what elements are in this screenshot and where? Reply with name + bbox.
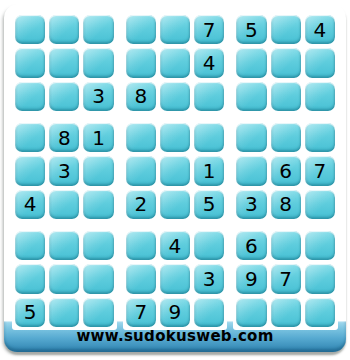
cell-r4c2[interactable]: 8 — [49, 123, 79, 152]
site-url-link[interactable]: www.sudokusweb.com — [76, 329, 273, 345]
cell-r1c9[interactable]: 4 — [305, 15, 335, 44]
cell-r3c1[interactable] — [15, 82, 45, 111]
given-digit: 9 — [245, 269, 258, 289]
cell-r6c1[interactable]: 4 — [15, 190, 45, 219]
cell-r5c8[interactable]: 6 — [271, 156, 301, 185]
cell-r8c2[interactable] — [49, 264, 79, 293]
cell-r3c2[interactable] — [49, 82, 79, 111]
cell-r9c2[interactable] — [49, 298, 79, 327]
given-digit: 7 — [279, 269, 292, 289]
sudoku-box-6: 6738 — [233, 120, 338, 222]
given-digit: 4 — [314, 20, 327, 40]
given-digit: 7 — [314, 161, 327, 181]
cell-r7c9[interactable] — [305, 231, 335, 260]
given-digit: 3 — [245, 194, 258, 214]
cell-r7c4[interactable] — [126, 231, 156, 260]
cell-r7c8[interactable] — [271, 231, 301, 260]
cell-r7c2[interactable] — [49, 231, 79, 260]
given-digit: 6 — [245, 236, 258, 256]
given-digit: 8 — [58, 128, 71, 148]
sudoku-box-2: 748 — [123, 12, 228, 114]
cell-r8c6[interactable]: 3 — [194, 264, 224, 293]
cell-r3c7[interactable] — [236, 82, 266, 111]
sudoku-box-4: 8134 — [12, 120, 117, 222]
cell-r2c6[interactable]: 4 — [194, 48, 224, 77]
cell-r1c1[interactable] — [15, 15, 45, 44]
cell-r3c8[interactable] — [271, 82, 301, 111]
cell-r7c1[interactable] — [15, 231, 45, 260]
cell-r2c8[interactable] — [271, 48, 301, 77]
cell-r6c8[interactable]: 8 — [271, 190, 301, 219]
cell-r1c5[interactable] — [160, 15, 190, 44]
cell-r5c4[interactable] — [126, 156, 156, 185]
cell-r3c4[interactable]: 8 — [126, 82, 156, 111]
sudoku-box-5: 125 — [123, 120, 228, 222]
cell-r9c3[interactable] — [83, 298, 113, 327]
given-digit: 7 — [203, 20, 216, 40]
cell-r1c3[interactable] — [83, 15, 113, 44]
cell-r6c4[interactable]: 2 — [126, 190, 156, 219]
cell-r5c9[interactable]: 7 — [305, 156, 335, 185]
given-digit: 3 — [92, 86, 105, 106]
cell-r9c6[interactable] — [194, 298, 224, 327]
cell-r9c5[interactable]: 9 — [160, 298, 190, 327]
cell-r8c3[interactable] — [83, 264, 113, 293]
sudoku-board-frame: 3748548134125673854379697 www.sudokusweb… — [4, 4, 346, 352]
cell-r4c3[interactable]: 1 — [83, 123, 113, 152]
given-digit: 8 — [279, 194, 292, 214]
cell-r1c4[interactable] — [126, 15, 156, 44]
sudoku-box-3: 54 — [233, 12, 338, 114]
given-digit: 6 — [279, 161, 292, 181]
cell-r3c6[interactable] — [194, 82, 224, 111]
cell-r5c5[interactable] — [160, 156, 190, 185]
given-digit: 9 — [169, 302, 182, 322]
cell-r3c9[interactable] — [305, 82, 335, 111]
cell-r6c6[interactable]: 5 — [194, 190, 224, 219]
cell-r8c1[interactable] — [15, 264, 45, 293]
given-digit: 7 — [134, 302, 147, 322]
given-digit: 3 — [203, 269, 216, 289]
given-digit: 4 — [169, 236, 182, 256]
cell-r2c3[interactable] — [83, 48, 113, 77]
cell-r9c4[interactable]: 7 — [126, 298, 156, 327]
cell-r4c4[interactable] — [126, 123, 156, 152]
given-digit: 4 — [203, 53, 216, 73]
given-digit: 8 — [134, 86, 147, 106]
sudoku-grid: 3748548134125673854379697 — [12, 12, 338, 330]
cell-r4c8[interactable] — [271, 123, 301, 152]
given-digit: 5 — [24, 302, 37, 322]
cell-r7c6[interactable] — [194, 231, 224, 260]
cell-r1c2[interactable] — [49, 15, 79, 44]
sudoku-box-8: 4379 — [123, 228, 228, 330]
cell-r9c1[interactable]: 5 — [15, 298, 45, 327]
cell-r8c5[interactable] — [160, 264, 190, 293]
cell-r5c2[interactable]: 3 — [49, 156, 79, 185]
sudoku-box-1: 3 — [12, 12, 117, 114]
cell-r2c7[interactable] — [236, 48, 266, 77]
given-digit: 4 — [24, 194, 37, 214]
given-digit: 5 — [203, 194, 216, 214]
cell-r7c5[interactable]: 4 — [160, 231, 190, 260]
cell-r6c3[interactable] — [83, 190, 113, 219]
cell-r3c3[interactable]: 3 — [83, 82, 113, 111]
cell-r6c2[interactable] — [49, 190, 79, 219]
cell-r9c9[interactable] — [305, 298, 335, 327]
cell-r5c3[interactable] — [83, 156, 113, 185]
cell-r8c4[interactable] — [126, 264, 156, 293]
cell-r4c1[interactable] — [15, 123, 45, 152]
cell-r9c8[interactable] — [271, 298, 301, 327]
sudoku-box-9: 697 — [233, 228, 338, 330]
cell-r3c5[interactable] — [160, 82, 190, 111]
given-digit: 5 — [245, 20, 258, 40]
cell-r2c4[interactable] — [126, 48, 156, 77]
sudoku-box-7: 5 — [12, 228, 117, 330]
sudoku-screenshot: 3748548134125673854379697 www.sudokusweb… — [0, 0, 350, 360]
cell-r1c6[interactable]: 7 — [194, 15, 224, 44]
cell-r7c3[interactable] — [83, 231, 113, 260]
cell-r4c6[interactable] — [194, 123, 224, 152]
cell-r4c9[interactable] — [305, 123, 335, 152]
cell-r5c1[interactable] — [15, 156, 45, 185]
cell-r2c2[interactable] — [49, 48, 79, 77]
given-digit: 3 — [58, 161, 71, 181]
given-digit: 1 — [92, 128, 105, 148]
cell-r5c7[interactable] — [236, 156, 266, 185]
cell-r5c6[interactable]: 1 — [194, 156, 224, 185]
given-digit: 1 — [203, 161, 216, 181]
cell-r4c5[interactable] — [160, 123, 190, 152]
cell-r2c5[interactable] — [160, 48, 190, 77]
cell-r2c1[interactable] — [15, 48, 45, 77]
cell-r6c7[interactable]: 3 — [236, 190, 266, 219]
cell-r6c5[interactable] — [160, 190, 190, 219]
cell-r8c7[interactable]: 9 — [236, 264, 266, 293]
cell-r4c7[interactable] — [236, 123, 266, 152]
given-digit: 2 — [134, 194, 147, 214]
cell-r9c7[interactable] — [236, 298, 266, 327]
cell-r1c8[interactable] — [271, 15, 301, 44]
cell-r6c9[interactable] — [305, 190, 335, 219]
cell-r2c9[interactable] — [305, 48, 335, 77]
cell-r8c8[interactable]: 7 — [271, 264, 301, 293]
cell-r7c7[interactable]: 6 — [236, 231, 266, 260]
cell-r8c9[interactable] — [305, 264, 335, 293]
cell-r1c7[interactable]: 5 — [236, 15, 266, 44]
